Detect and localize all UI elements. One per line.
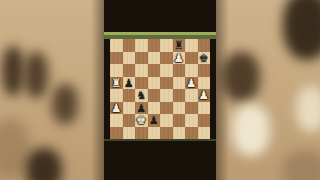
square-g4 [185,89,198,102]
square-d5 [148,77,161,90]
square-a7 [110,52,123,65]
square-f3 [173,102,186,115]
piece-white-pawn: ♟ [185,77,198,90]
blur-blob-black-rook [2,46,24,96]
square-a1 [110,127,123,140]
square-g6 [185,64,198,77]
square-b2 [123,114,136,127]
square-f2 [173,114,186,127]
piece-white-king: ♚ [135,114,148,127]
square-d4 [148,89,161,102]
square-f5 [173,77,186,90]
square-f1 [173,127,186,140]
square-h3 [198,102,211,115]
square-h8 [198,39,211,52]
blurred-backdrop-left [0,0,105,180]
blur-blob-dark-top [283,0,320,60]
square-c6 [135,64,148,77]
square-d8 [148,39,161,52]
square-c4: ♞ [135,89,148,102]
square-e8 [160,39,173,52]
piece-white-pawn: ♟ [198,89,211,102]
square-b6 [123,64,136,77]
square-h4: ♟ [198,89,211,102]
square-c2: ♚ [135,114,148,127]
piece-black-knight: ♞ [135,89,148,102]
square-a5: ♜ [110,77,123,90]
square-d6 [148,64,161,77]
square-a3: ♟ [110,102,123,115]
shorts-video-frame: ♜♟♚♜♟♟♞♟♟♟♚♟ [0,0,320,180]
square-b5: ♟ [123,77,136,90]
square-b3 [123,102,136,115]
square-f6 [173,64,186,77]
square-b7 [123,52,136,65]
square-b8 [123,39,136,52]
piece-white-rook: ♜ [110,77,123,90]
square-g8 [185,39,198,52]
piece-black-rook: ♜ [173,39,186,52]
square-b4 [123,89,136,102]
square-c1 [135,127,148,140]
piece-white-pawn: ♟ [173,52,186,65]
square-a2 [110,114,123,127]
square-g3 [185,102,198,115]
square-e1 [160,127,173,140]
blur-blob-white-rook [232,104,270,156]
square-g2 [185,114,198,127]
square-g7 [185,52,198,65]
square-f7: ♟ [173,52,186,65]
square-g5: ♟ [185,77,198,90]
blur-blob-black-bishop [52,84,78,124]
square-a8 [110,39,123,52]
blur-blob-white-pawn [296,86,320,132]
piece-black-pawn: ♟ [148,114,161,127]
square-d1 [148,127,161,140]
square-d2: ♟ [148,114,161,127]
square-f8: ♜ [173,39,186,52]
blur-blob-dark-bottom [26,148,62,180]
square-h6 [198,64,211,77]
panel-edge-shadow [91,0,105,180]
square-f4 [173,89,186,102]
square-e5 [160,77,173,90]
square-h1 [198,127,211,140]
piece-black-king: ♚ [198,52,211,65]
video-column[interactable]: ♜♟♚♜♟♟♞♟♟♟♚♟ [104,0,216,180]
square-h2 [198,114,211,127]
square-d7 [148,52,161,65]
square-c8 [135,39,148,52]
square-a6 [110,64,123,77]
blur-blob-black-pawn [24,52,48,98]
square-e4 [160,89,173,102]
blur-blob-tan-bottom [282,150,320,180]
chess-board: ♜♟♚♜♟♟♞♟♟♟♚♟ [110,39,210,139]
square-e3 [160,102,173,115]
square-a4 [110,89,123,102]
square-h7: ♚ [198,52,211,65]
square-e2 [160,114,173,127]
panel-edge-shadow [215,0,229,180]
square-g1 [185,127,198,140]
piece-white-pawn: ♟ [110,102,123,115]
square-e7 [160,52,173,65]
square-c7 [135,52,148,65]
piece-black-pawn: ♟ [123,77,136,90]
board-frame-line-bottom [104,139,216,141]
square-b1 [123,127,136,140]
blurred-backdrop-right [215,0,320,180]
square-e6 [160,64,173,77]
